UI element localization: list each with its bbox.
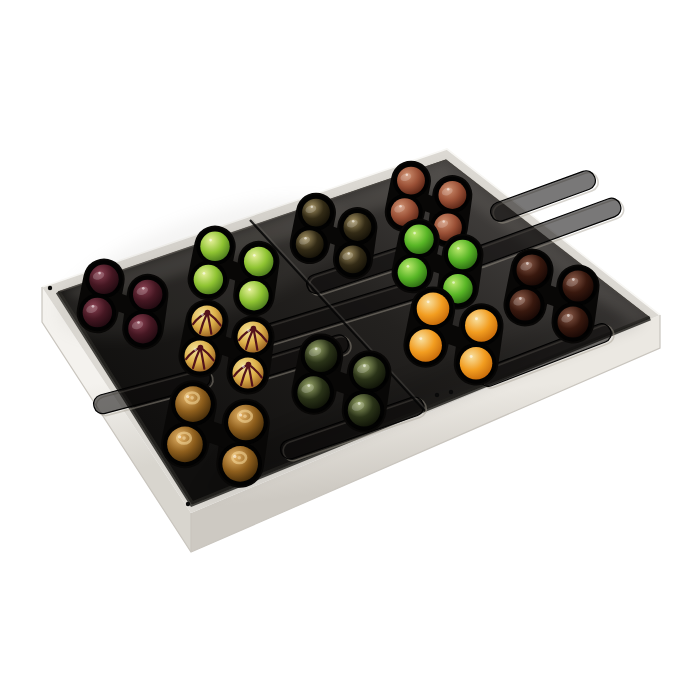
- bonbon-glossy-dark-green: [353, 356, 386, 389]
- bonbon-dark-olive: [302, 199, 330, 227]
- specular-dot: [247, 329, 250, 332]
- specular-dot: [239, 413, 242, 416]
- specular-dot: [242, 365, 245, 368]
- specular-dot: [137, 321, 140, 324]
- bonbon-dark-maroon-cherry: [83, 298, 112, 327]
- bonbon-glossy-dark-green: [348, 394, 381, 427]
- specular-dot: [186, 395, 189, 398]
- bonbon-bright-green: [404, 225, 433, 254]
- specular-dot: [407, 265, 410, 268]
- specular-dot: [475, 317, 478, 320]
- specular-dot: [311, 205, 314, 208]
- specular-dot: [526, 262, 529, 265]
- specular-dot: [567, 314, 570, 317]
- bonbon-dark-olive: [296, 230, 324, 258]
- stripe-cap: [246, 362, 252, 368]
- bonbon-orange-yellow: [460, 347, 493, 380]
- bonbon-dark-chocolate: [563, 271, 594, 302]
- specular-dot: [209, 239, 212, 242]
- swirl-dot: [237, 456, 241, 460]
- bonbon-orange-yellow: [409, 329, 442, 362]
- specular-dot: [142, 287, 145, 290]
- specular-dot: [363, 364, 366, 367]
- bonbon-orange-yellow: [417, 292, 450, 325]
- specular-dot: [178, 435, 181, 438]
- tray-notch: [449, 390, 453, 394]
- specular-dot: [201, 313, 204, 316]
- stripe-cap: [251, 326, 257, 332]
- photo-canvas: [0, 0, 700, 700]
- specular-dot: [248, 288, 251, 291]
- bonbon-dark-maroon-cherry: [128, 314, 157, 343]
- specular-dot: [457, 247, 460, 250]
- bonbon-dark-chocolate: [517, 255, 548, 286]
- specular-dot: [233, 455, 236, 458]
- bonbon-dark-chocolate: [510, 290, 541, 321]
- stripe-cap: [205, 310, 211, 316]
- specular-dot: [572, 278, 575, 281]
- bonbon-bright-green: [398, 258, 427, 287]
- specular-dot: [442, 220, 445, 223]
- swirl-dot: [243, 414, 247, 418]
- bonbon-dark-maroon-cherry: [133, 280, 162, 309]
- specular-dot: [452, 281, 455, 284]
- specular-dot: [519, 297, 522, 300]
- bonbon-dark-chocolate: [558, 307, 589, 338]
- swirl-dot: [182, 436, 186, 440]
- swirl-dot: [190, 396, 194, 400]
- specular-dot: [419, 337, 422, 340]
- specular-dot: [253, 254, 256, 257]
- bonbon-orange-yellow: [465, 309, 498, 342]
- bonbon-glossy-dark-green: [297, 376, 330, 409]
- tray-notch: [186, 502, 190, 506]
- tray-notch: [435, 393, 439, 397]
- specular-dot: [92, 305, 95, 308]
- bonbon-lime-green: [200, 232, 229, 261]
- specular-dot: [358, 402, 361, 405]
- specular-dot: [203, 272, 206, 275]
- specular-dot: [352, 220, 355, 223]
- tray-notch: [48, 286, 52, 290]
- specular-dot: [98, 272, 101, 275]
- specular-dot: [399, 205, 402, 208]
- specular-dot: [307, 384, 310, 387]
- specular-dot: [427, 300, 430, 303]
- bonbon-dark-olive: [339, 245, 367, 273]
- bonbon-bright-green: [448, 240, 477, 269]
- chocolate-box-photo: [0, 0, 700, 700]
- specular-dot: [194, 348, 197, 351]
- specular-dot: [406, 173, 409, 176]
- bonbon-lime-green: [244, 247, 273, 276]
- bonbon-milk-chocolate: [438, 181, 466, 209]
- specular-dot: [470, 355, 473, 358]
- bonbon-dark-maroon-cherry: [89, 265, 118, 294]
- bonbon-lime-green: [194, 265, 223, 294]
- specular-dot: [304, 237, 307, 240]
- specular-dot: [347, 252, 350, 255]
- stripe-cap: [198, 345, 204, 351]
- specular-dot: [447, 188, 450, 191]
- bonbon-dark-olive: [343, 213, 371, 241]
- bonbon-glossy-dark-green: [305, 339, 338, 372]
- bonbon-lime-green: [239, 281, 268, 310]
- specular-dot: [315, 347, 318, 350]
- bonbon-milk-chocolate: [397, 167, 425, 195]
- specular-dot: [413, 232, 416, 235]
